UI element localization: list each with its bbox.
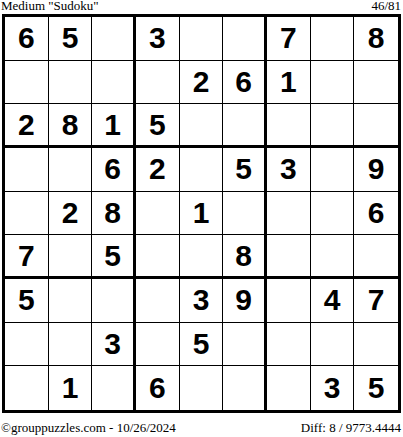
cell-r7c9-given[interactable]: 7 <box>354 279 398 323</box>
cell-r9c9-given[interactable]: 5 <box>354 366 398 410</box>
cell-r2c7-given[interactable]: 1 <box>267 61 311 105</box>
cell-r5c5-given[interactable]: 1 <box>180 192 224 236</box>
cell-r8c1-empty[interactable] <box>5 323 49 367</box>
cell-r9c7-empty[interactable] <box>267 366 311 410</box>
cell-r5c6-empty[interactable] <box>223 192 267 236</box>
cell-r5c7-empty[interactable] <box>267 192 311 236</box>
cell-r7c4-empty[interactable] <box>136 279 180 323</box>
cell-r1c9-given[interactable]: 8 <box>354 17 398 61</box>
cell-r9c2-given[interactable]: 1 <box>49 366 93 410</box>
cell-r7c6-given[interactable]: 9 <box>223 279 267 323</box>
cell-r3c6-empty[interactable] <box>223 104 267 148</box>
footer: ©grouppuzzles.com - 10/26/2024 Diff: 8 /… <box>1 420 401 435</box>
cell-r5c8-empty[interactable] <box>311 192 355 236</box>
cell-r8c7-empty[interactable] <box>267 323 311 367</box>
cell-r7c2-empty[interactable] <box>49 279 93 323</box>
difficulty-label: Diff: 8 / 9773.4444 <box>301 420 401 435</box>
cell-r7c5-given[interactable]: 3 <box>180 279 224 323</box>
cell-r4c5-empty[interactable] <box>180 148 224 192</box>
cell-r1c6-empty[interactable] <box>223 17 267 61</box>
cell-r7c3-empty[interactable] <box>92 279 136 323</box>
cell-r2c6-given[interactable]: 6 <box>223 61 267 105</box>
cell-r5c9-given[interactable]: 6 <box>354 192 398 236</box>
cell-r5c4-empty[interactable] <box>136 192 180 236</box>
remaining-counter: 46/81 <box>371 0 401 13</box>
cell-r4c8-empty[interactable] <box>311 148 355 192</box>
cell-r6c2-empty[interactable] <box>49 235 93 279</box>
cell-r5c3-given[interactable]: 8 <box>92 192 136 236</box>
cell-r6c4-empty[interactable] <box>136 235 180 279</box>
cell-r5c2-given[interactable]: 2 <box>49 192 93 236</box>
sudoku-page: Medium "Sudoku" 46/81 653782612815625392… <box>0 0 403 437</box>
copyright-credit: ©grouppuzzles.com - 10/26/2024 <box>1 420 176 435</box>
cell-r4c1-empty[interactable] <box>5 148 49 192</box>
cell-r4c2-empty[interactable] <box>49 148 93 192</box>
cell-r8c6-empty[interactable] <box>223 323 267 367</box>
cell-r3c7-empty[interactable] <box>267 104 311 148</box>
cell-r2c2-empty[interactable] <box>49 61 93 105</box>
cell-r1c3-empty[interactable] <box>92 17 136 61</box>
cell-r9c5-empty[interactable] <box>180 366 224 410</box>
cell-r1c5-empty[interactable] <box>180 17 224 61</box>
cell-r1c4-given[interactable]: 3 <box>136 17 180 61</box>
cell-r3c8-empty[interactable] <box>311 104 355 148</box>
cell-r9c6-empty[interactable] <box>223 366 267 410</box>
cell-r1c2-given[interactable]: 5 <box>49 17 93 61</box>
sudoku-board: 65378261281562539281675853947351635 <box>2 14 401 413</box>
cell-r2c1-empty[interactable] <box>5 61 49 105</box>
cell-r8c9-empty[interactable] <box>354 323 398 367</box>
cell-r3c9-empty[interactable] <box>354 104 398 148</box>
cell-r1c7-given[interactable]: 7 <box>267 17 311 61</box>
cell-r1c1-given[interactable]: 6 <box>5 17 49 61</box>
cell-r6c3-given[interactable]: 5 <box>92 235 136 279</box>
cell-r7c1-given[interactable]: 5 <box>5 279 49 323</box>
cell-r4c3-given[interactable]: 6 <box>92 148 136 192</box>
cell-r4c9-given[interactable]: 9 <box>354 148 398 192</box>
cell-r3c5-empty[interactable] <box>180 104 224 148</box>
cell-r3c1-given[interactable]: 2 <box>5 104 49 148</box>
cell-r6c7-empty[interactable] <box>267 235 311 279</box>
cell-r6c9-empty[interactable] <box>354 235 398 279</box>
cell-r2c4-empty[interactable] <box>136 61 180 105</box>
cell-r4c7-given[interactable]: 3 <box>267 148 311 192</box>
cell-r4c6-given[interactable]: 5 <box>223 148 267 192</box>
cell-r2c3-empty[interactable] <box>92 61 136 105</box>
cell-r9c3-empty[interactable] <box>92 366 136 410</box>
cell-r2c5-given[interactable]: 2 <box>180 61 224 105</box>
cell-r2c8-empty[interactable] <box>311 61 355 105</box>
puzzle-title: Medium "Sudoku" <box>1 0 99 13</box>
cell-r6c8-empty[interactable] <box>311 235 355 279</box>
cell-r4c4-given[interactable]: 2 <box>136 148 180 192</box>
cell-r9c4-given[interactable]: 6 <box>136 366 180 410</box>
cell-r3c2-given[interactable]: 8 <box>49 104 93 148</box>
cell-r3c3-given[interactable]: 1 <box>92 104 136 148</box>
cell-r9c1-empty[interactable] <box>5 366 49 410</box>
cell-r1c8-empty[interactable] <box>311 17 355 61</box>
cell-r7c8-given[interactable]: 4 <box>311 279 355 323</box>
cell-r8c8-empty[interactable] <box>311 323 355 367</box>
cell-r3c4-given[interactable]: 5 <box>136 104 180 148</box>
header: Medium "Sudoku" 46/81 <box>1 0 401 13</box>
cell-r5c1-empty[interactable] <box>5 192 49 236</box>
cell-r8c3-given[interactable]: 3 <box>92 323 136 367</box>
cell-r8c2-empty[interactable] <box>49 323 93 367</box>
cell-r9c8-given[interactable]: 3 <box>311 366 355 410</box>
cell-r6c5-empty[interactable] <box>180 235 224 279</box>
cell-r6c6-given[interactable]: 8 <box>223 235 267 279</box>
cell-r2c9-empty[interactable] <box>354 61 398 105</box>
cell-r7c7-empty[interactable] <box>267 279 311 323</box>
cell-r8c4-empty[interactable] <box>136 323 180 367</box>
cell-r6c1-given[interactable]: 7 <box>5 235 49 279</box>
cell-r8c5-given[interactable]: 5 <box>180 323 224 367</box>
